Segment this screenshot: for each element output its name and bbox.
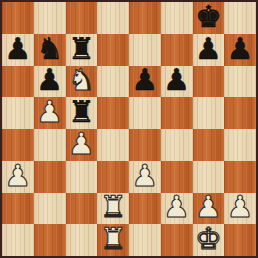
square-c2[interactable] (66, 193, 98, 225)
square-f7[interactable] (161, 34, 193, 66)
square-h5[interactable] (224, 97, 256, 129)
square-e6[interactable]: ♟ (129, 66, 161, 98)
piece-white-pawn[interactable]: ♟ (68, 129, 95, 159)
square-f1[interactable] (161, 224, 193, 256)
square-g2[interactable]: ♟ (193, 193, 225, 225)
square-e7[interactable] (129, 34, 161, 66)
square-b2[interactable] (34, 193, 66, 225)
piece-white-king[interactable]: ♚ (195, 224, 222, 254)
chess-board: ♚♟♞♜♟♟♟♞♟♟♟♜♟♟♟♜♟♟♟♜♚ (0, 0, 258, 258)
square-a8[interactable] (2, 2, 34, 34)
square-a3[interactable]: ♟ (2, 161, 34, 193)
square-h8[interactable] (224, 2, 256, 34)
piece-white-pawn[interactable]: ♟ (36, 97, 63, 127)
piece-white-knight[interactable]: ♞ (68, 66, 95, 96)
square-b5[interactable]: ♟ (34, 97, 66, 129)
square-b1[interactable] (34, 224, 66, 256)
square-a4[interactable] (2, 129, 34, 161)
square-d2[interactable]: ♜ (97, 193, 129, 225)
piece-white-pawn[interactable]: ♟ (163, 193, 190, 223)
square-g8[interactable]: ♚ (193, 2, 225, 34)
square-f4[interactable] (161, 129, 193, 161)
square-e2[interactable] (129, 193, 161, 225)
square-a6[interactable] (2, 66, 34, 98)
square-h4[interactable] (224, 129, 256, 161)
square-g1[interactable]: ♚ (193, 224, 225, 256)
square-f2[interactable]: ♟ (161, 193, 193, 225)
square-a5[interactable] (2, 97, 34, 129)
piece-black-pawn[interactable]: ♟ (195, 34, 222, 64)
piece-white-pawn[interactable]: ♟ (131, 161, 158, 191)
square-c7[interactable]: ♜ (66, 34, 98, 66)
square-c4[interactable]: ♟ (66, 129, 98, 161)
square-g4[interactable] (193, 129, 225, 161)
square-e5[interactable] (129, 97, 161, 129)
piece-black-knight[interactable]: ♞ (36, 34, 63, 64)
square-b4[interactable] (34, 129, 66, 161)
piece-white-pawn[interactable]: ♟ (195, 193, 222, 223)
piece-black-pawn[interactable]: ♟ (227, 34, 254, 64)
square-c3[interactable] (66, 161, 98, 193)
square-g7[interactable]: ♟ (193, 34, 225, 66)
piece-black-king[interactable]: ♚ (195, 2, 222, 32)
piece-white-pawn[interactable]: ♟ (4, 161, 31, 191)
square-c6[interactable]: ♞ (66, 66, 98, 98)
square-f6[interactable]: ♟ (161, 66, 193, 98)
square-f8[interactable] (161, 2, 193, 34)
piece-white-rook[interactable]: ♜ (100, 224, 127, 254)
square-b6[interactable]: ♟ (34, 66, 66, 98)
piece-white-rook[interactable]: ♜ (100, 193, 127, 223)
square-e8[interactable] (129, 2, 161, 34)
square-h7[interactable]: ♟ (224, 34, 256, 66)
square-h6[interactable] (224, 66, 256, 98)
square-a7[interactable]: ♟ (2, 34, 34, 66)
square-f5[interactable] (161, 97, 193, 129)
square-c8[interactable] (66, 2, 98, 34)
square-b3[interactable] (34, 161, 66, 193)
square-c1[interactable] (66, 224, 98, 256)
square-d3[interactable] (97, 161, 129, 193)
piece-black-pawn[interactable]: ♟ (131, 66, 158, 96)
piece-white-pawn[interactable]: ♟ (227, 193, 254, 223)
square-d6[interactable] (97, 66, 129, 98)
square-h2[interactable]: ♟ (224, 193, 256, 225)
square-g6[interactable] (193, 66, 225, 98)
square-b8[interactable] (34, 2, 66, 34)
square-e1[interactable] (129, 224, 161, 256)
piece-black-rook[interactable]: ♜ (68, 97, 95, 127)
square-d4[interactable] (97, 129, 129, 161)
square-d7[interactable] (97, 34, 129, 66)
square-g3[interactable] (193, 161, 225, 193)
square-h1[interactable] (224, 224, 256, 256)
square-f3[interactable] (161, 161, 193, 193)
piece-black-pawn[interactable]: ♟ (36, 66, 63, 96)
square-b7[interactable]: ♞ (34, 34, 66, 66)
square-h3[interactable] (224, 161, 256, 193)
square-a2[interactable] (2, 193, 34, 225)
square-d8[interactable] (97, 2, 129, 34)
piece-black-pawn[interactable]: ♟ (4, 34, 31, 64)
square-e3[interactable]: ♟ (129, 161, 161, 193)
square-g5[interactable] (193, 97, 225, 129)
square-c5[interactable]: ♜ (66, 97, 98, 129)
square-d1[interactable]: ♜ (97, 224, 129, 256)
square-e4[interactable] (129, 129, 161, 161)
square-d5[interactable] (97, 97, 129, 129)
piece-black-pawn[interactable]: ♟ (163, 66, 190, 96)
square-a1[interactable] (2, 224, 34, 256)
piece-black-rook[interactable]: ♜ (68, 34, 95, 64)
